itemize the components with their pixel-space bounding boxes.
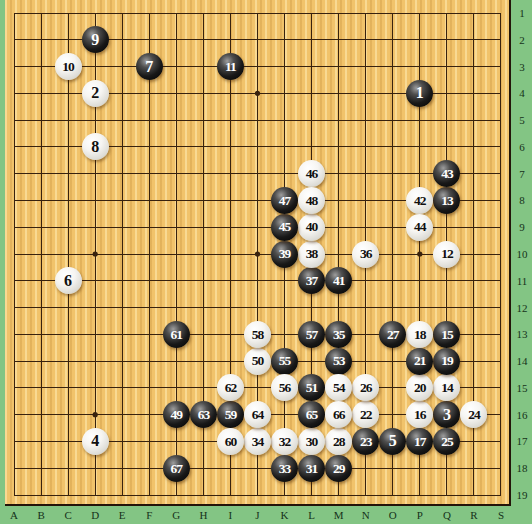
move-number: 42: [414, 194, 426, 208]
go-board-diagram: 1234567891011121314151617181920212223242…: [0, 0, 532, 524]
column-label-N: N: [356, 508, 376, 522]
move-number: 27: [387, 328, 399, 342]
row-label-14: 14: [510, 354, 532, 368]
stone-black-35: 35: [325, 321, 352, 348]
column-label-K: K: [275, 508, 295, 522]
move-number: 67: [171, 462, 183, 476]
star-point: [417, 251, 422, 256]
move-number: 1: [416, 85, 424, 101]
star-point: [93, 251, 98, 256]
move-number: 63: [198, 408, 210, 422]
stone-white-44: 44: [406, 214, 433, 241]
column-label-J: J: [247, 508, 267, 522]
move-number: 19: [441, 354, 453, 368]
move-number: 62: [225, 381, 237, 395]
move-number: 61: [171, 328, 183, 342]
move-number: 55: [279, 354, 291, 368]
stone-black-53: 53: [325, 348, 352, 375]
stone-white-10: 10: [55, 53, 82, 80]
move-number: 23: [360, 435, 372, 449]
move-number: 6: [64, 273, 72, 289]
move-number: 15: [441, 328, 453, 342]
row-label-3: 3: [510, 60, 532, 74]
move-number: 21: [414, 354, 426, 368]
move-number: 33: [279, 462, 291, 476]
move-number: 54: [333, 381, 345, 395]
move-number: 37: [306, 274, 318, 288]
stone-black-67: 67: [163, 455, 190, 482]
stone-black-49: 49: [163, 401, 190, 428]
row-label-13: 13: [510, 327, 532, 341]
stone-white-2: 2: [82, 80, 109, 107]
stone-black-47: 47: [271, 187, 298, 214]
move-number: 13: [441, 194, 453, 208]
stone-black-21: 21: [406, 348, 433, 375]
column-label-D: D: [85, 508, 105, 522]
stone-white-34: 34: [244, 428, 271, 455]
column-label-M: M: [329, 508, 349, 522]
move-number: 18: [414, 328, 426, 342]
move-number: 3: [443, 407, 451, 423]
stone-black-1: 1: [406, 80, 433, 107]
row-label-8: 8: [510, 193, 532, 207]
stone-black-31: 31: [298, 455, 325, 482]
move-number: 10: [62, 60, 74, 74]
move-number: 47: [279, 194, 291, 208]
row-label-12: 12: [510, 301, 532, 315]
move-number: 11: [225, 60, 236, 74]
stone-black-23: 23: [352, 428, 379, 455]
stone-black-55: 55: [271, 348, 298, 375]
column-label-L: L: [302, 508, 322, 522]
stone-white-6: 6: [55, 267, 82, 294]
column-label-G: G: [166, 508, 186, 522]
stone-white-32: 32: [271, 428, 298, 455]
move-number: 20: [414, 381, 426, 395]
move-number: 25: [441, 435, 453, 449]
row-label-9: 9: [510, 220, 532, 234]
move-number: 2: [91, 85, 99, 101]
move-number: 50: [252, 354, 264, 368]
move-number: 66: [333, 408, 345, 422]
column-label-H: H: [193, 508, 213, 522]
move-number: 14: [441, 381, 453, 395]
stone-black-61: 61: [163, 321, 190, 348]
move-number: 43: [441, 167, 453, 181]
move-number: 5: [389, 433, 397, 449]
column-label-B: B: [31, 508, 51, 522]
stone-black-11: 11: [217, 53, 244, 80]
move-number: 45: [279, 220, 291, 234]
move-number: 30: [306, 435, 318, 449]
column-label-O: O: [383, 508, 403, 522]
move-number: 49: [171, 408, 183, 422]
move-number: 12: [441, 247, 453, 261]
move-number: 39: [279, 247, 291, 261]
move-number: 44: [414, 220, 426, 234]
stone-white-8: 8: [82, 133, 109, 160]
move-number: 35: [333, 328, 345, 342]
row-label-2: 2: [510, 33, 532, 47]
move-number: 26: [360, 381, 372, 395]
move-number: 58: [252, 328, 264, 342]
stone-black-59: 59: [217, 401, 244, 428]
stone-black-29: 29: [325, 455, 352, 482]
column-label-F: F: [139, 508, 159, 522]
stone-black-45: 45: [271, 214, 298, 241]
stone-black-19: 19: [433, 348, 460, 375]
star-point: [255, 251, 260, 256]
row-label-17: 17: [510, 434, 532, 448]
move-number: 29: [333, 462, 345, 476]
move-number: 16: [414, 408, 426, 422]
row-label-19: 19: [510, 488, 532, 502]
move-number: 34: [252, 435, 264, 449]
move-number: 7: [145, 59, 153, 75]
stone-black-27: 27: [379, 321, 406, 348]
move-number: 46: [306, 167, 318, 181]
stone-black-63: 63: [190, 401, 217, 428]
row-label-4: 4: [510, 86, 532, 100]
stone-white-4: 4: [82, 428, 109, 455]
move-number: 56: [279, 381, 291, 395]
stone-white-30: 30: [298, 428, 325, 455]
row-label-16: 16: [510, 408, 532, 422]
column-label-I: I: [220, 508, 240, 522]
column-label-Q: Q: [437, 508, 457, 522]
row-label-18: 18: [510, 461, 532, 475]
stone-white-40: 40: [298, 214, 325, 241]
column-label-E: E: [112, 508, 132, 522]
move-number: 48: [306, 194, 318, 208]
move-number: 24: [468, 408, 480, 422]
move-number: 9: [91, 32, 99, 48]
move-number: 57: [306, 328, 318, 342]
stone-white-64: 64: [244, 401, 271, 428]
move-number: 60: [225, 435, 237, 449]
star-point: [255, 91, 260, 96]
stone-black-33: 33: [271, 455, 298, 482]
column-label-R: R: [464, 508, 484, 522]
stone-black-39: 39: [271, 241, 298, 268]
row-label-11: 11: [510, 274, 532, 288]
move-number: 4: [91, 433, 99, 449]
column-label-A: A: [4, 508, 24, 522]
column-label-S: S: [491, 508, 511, 522]
move-number: 40: [306, 220, 318, 234]
stone-white-12: 12: [433, 241, 460, 268]
stone-white-28: 28: [325, 428, 352, 455]
row-label-15: 15: [510, 381, 532, 395]
row-label-7: 7: [510, 167, 532, 181]
move-number: 64: [252, 408, 264, 422]
move-number: 22: [360, 408, 372, 422]
move-number: 59: [225, 408, 237, 422]
column-label-C: C: [58, 508, 78, 522]
stone-black-9: 9: [82, 26, 109, 53]
move-number: 53: [333, 354, 345, 368]
row-label-5: 5: [510, 113, 532, 127]
row-label-6: 6: [510, 140, 532, 154]
row-label-1: 1: [510, 6, 532, 20]
stone-white-36: 36: [352, 241, 379, 268]
column-label-P: P: [410, 508, 430, 522]
move-number: 17: [414, 435, 426, 449]
row-label-10: 10: [510, 247, 532, 261]
stone-white-38: 38: [298, 241, 325, 268]
move-number: 32: [279, 435, 291, 449]
stone-white-60: 60: [217, 428, 244, 455]
go-board[interactable]: 1234567891011121314151617181920212223242…: [5, 0, 511, 506]
move-number: 28: [333, 435, 345, 449]
stone-white-58: 58: [244, 321, 271, 348]
move-number: 38: [306, 247, 318, 261]
move-number: 51: [306, 381, 318, 395]
move-number: 41: [333, 274, 345, 288]
stone-white-48: 48: [298, 187, 325, 214]
move-number: 36: [360, 247, 372, 261]
stone-black-57: 57: [298, 321, 325, 348]
move-number: 65: [306, 408, 318, 422]
star-point: [93, 412, 98, 417]
stone-white-50: 50: [244, 348, 271, 375]
move-number: 31: [306, 462, 318, 476]
move-number: 8: [91, 139, 99, 155]
stone-black-7: 7: [136, 53, 163, 80]
stone-white-18: 18: [406, 321, 433, 348]
